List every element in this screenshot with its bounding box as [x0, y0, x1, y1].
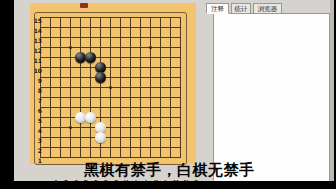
row-label-11: 11: [31, 56, 44, 66]
row-label-15: 15: [31, 16, 44, 26]
stone-black-G9[interactable]: [95, 72, 106, 83]
row-label-4: 4: [31, 126, 44, 136]
row-label-9: 9: [31, 76, 44, 86]
board-stones-grid[interactable]: [35, 12, 185, 162]
renju-board: 151413121110987654321 ABCDEFGHIJKLMNO: [30, 3, 196, 164]
row-label-10: 10: [31, 66, 44, 76]
screenshot-stage: 151413121110987654321 ABCDEFGHIJKLMNO 注释…: [0, 0, 336, 189]
row-label-13: 13: [31, 36, 44, 46]
row-label-5: 5: [31, 116, 44, 126]
bottom-black-bar: [0, 181, 336, 189]
right-edge-strip: [330, 0, 334, 181]
stone-white-G3[interactable]: [95, 132, 106, 143]
row-label-12: 12: [31, 46, 44, 56]
row-label-7: 7: [31, 96, 44, 106]
tab-content-pane: [213, 13, 330, 182]
red-artifact-dot: [80, 3, 88, 8]
row-label-8: 8: [31, 86, 44, 96]
app-window: 151413121110987654321 ABCDEFGHIJKLMNO 注释…: [14, 0, 334, 181]
stone-black-F11[interactable]: [85, 52, 96, 63]
row-label-14: 14: [31, 26, 44, 36]
stone-white-F5[interactable]: [85, 112, 96, 123]
row-label-3: 3: [31, 136, 44, 146]
row-label-2: 2: [31, 146, 44, 156]
tab-annotation[interactable]: 注释: [206, 3, 229, 14]
row-label-6: 6: [31, 106, 44, 116]
subtitle-caption: 黑棋有禁手，白棋无禁手: [84, 161, 255, 180]
row-coordinate-labels: 151413121110987654321: [31, 16, 44, 166]
row-label-1: 1: [31, 156, 44, 166]
